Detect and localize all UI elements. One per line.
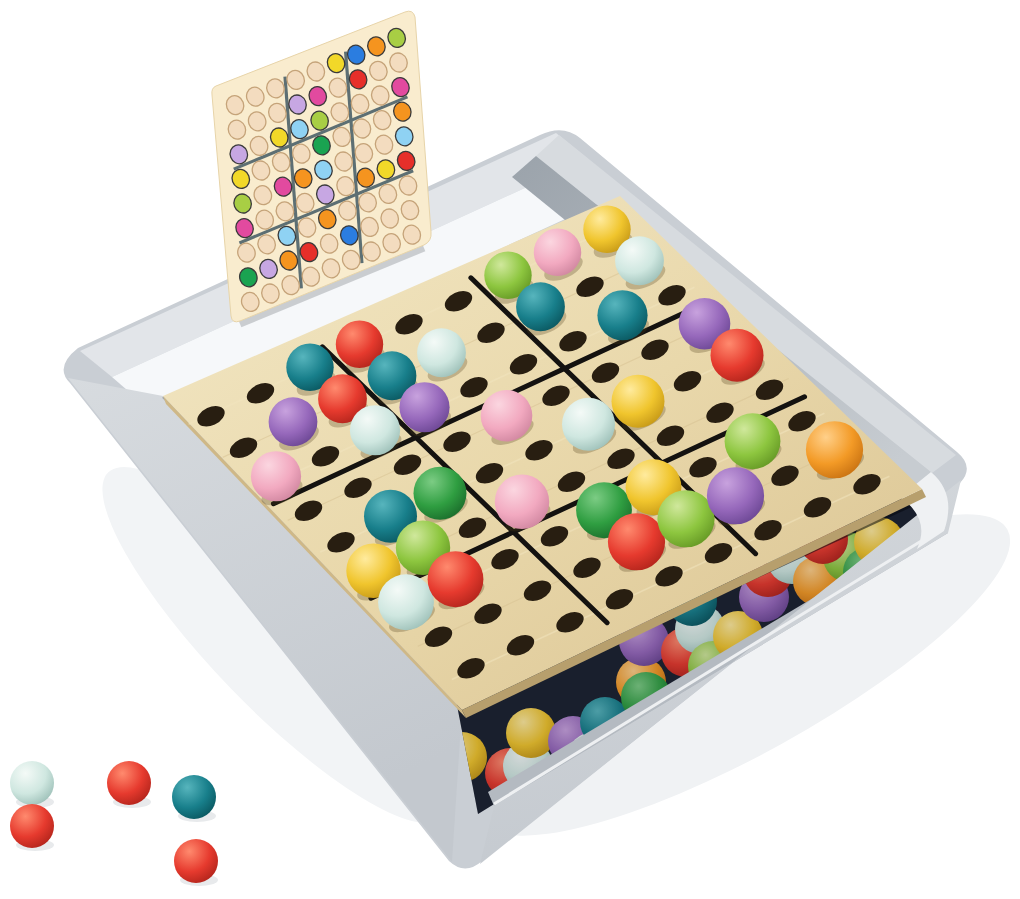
board-ball-r2c7-teal[interactable]	[516, 282, 565, 331]
board-ball-r5c7-yellow[interactable]	[612, 375, 665, 428]
sudoku-game-scene	[0, 0, 1020, 899]
loose-ball-1-mint[interactable]	[10, 761, 54, 805]
board-ball-r5c3-green[interactable]	[414, 467, 467, 520]
loose-ball-3-red[interactable]	[107, 761, 151, 805]
board-ball-r7c8-lime[interactable]	[725, 413, 781, 469]
loose-ball-2-red[interactable]	[10, 804, 54, 848]
board-ball-r7c1-mint[interactable]	[378, 574, 434, 630]
product-photo-color-sudoku	[0, 0, 1020, 899]
board-ball-r2c5-mint[interactable]	[417, 328, 466, 377]
loose-balls	[10, 761, 218, 886]
board-ball-r8c6-lime[interactable]	[657, 490, 714, 547]
board-ball-r8c7-purple[interactable]	[707, 467, 764, 524]
board-ball-r1c8-pink[interactable]	[534, 229, 581, 276]
board-ball-r3c3-mint[interactable]	[350, 405, 400, 455]
board-ball-r8c9-orange[interactable]	[806, 421, 863, 478]
board-ball-r3c8-teal[interactable]	[597, 290, 647, 340]
loose-ball-4-teal[interactable]	[172, 775, 216, 819]
board-ball-r5c9-red[interactable]	[711, 329, 764, 382]
board-ball-r5c6-mint[interactable]	[562, 398, 615, 451]
board-ball-r8c5-red[interactable]	[608, 513, 665, 570]
board-ball-r4c5-pink[interactable]	[481, 390, 533, 442]
board-ball-r3c4-purple[interactable]	[399, 382, 449, 432]
board-ball-r2c2-purple[interactable]	[269, 397, 318, 446]
board-ball-r2c9-mint[interactable]	[615, 236, 664, 285]
board-ball-r6c4-pink[interactable]	[495, 475, 549, 529]
board-ball-r3c1-pink[interactable]	[251, 451, 301, 501]
board-ball-r7c2-red[interactable]	[428, 551, 484, 607]
loose-ball-5-red[interactable]	[174, 839, 218, 883]
